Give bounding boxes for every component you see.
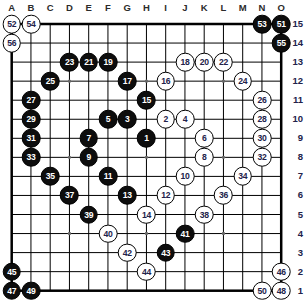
row-label-5: 5 <box>284 210 303 220</box>
stone-black-37: 37 <box>60 186 79 205</box>
stone-white-8: 8 <box>195 148 214 167</box>
star-point <box>222 79 225 82</box>
stone-black-45: 45 <box>2 262 21 281</box>
stone-white-42: 42 <box>118 243 137 262</box>
column-label-O: O <box>277 3 284 13</box>
stone-black-41: 41 <box>176 224 195 243</box>
column-label-E: E <box>86 3 92 13</box>
stone-white-28: 28 <box>253 110 272 129</box>
stone-black-13: 13 <box>118 186 137 205</box>
stone-white-10: 10 <box>176 167 195 186</box>
stone-white-16: 16 <box>156 72 175 91</box>
stone-white-26: 26 <box>253 91 272 110</box>
column-label-C: C <box>47 3 54 13</box>
stone-black-15: 15 <box>137 91 156 110</box>
stone-black-35: 35 <box>41 167 60 186</box>
star-point <box>68 156 71 159</box>
stone-white-54: 54 <box>22 15 41 34</box>
stone-black-7: 7 <box>79 129 98 148</box>
column-label-J: J <box>182 3 187 13</box>
column-label-B: B <box>28 3 35 13</box>
stone-white-14: 14 <box>137 205 156 224</box>
stone-white-52: 52 <box>2 15 21 34</box>
row-label-11: 11 <box>284 95 303 105</box>
column-label-F: F <box>105 3 111 13</box>
stone-black-55: 55 <box>272 34 291 53</box>
row-label-13: 13 <box>284 57 303 67</box>
star-point <box>145 79 148 82</box>
star-point <box>145 156 148 159</box>
star-point <box>222 156 225 159</box>
column-label-I: I <box>164 3 167 13</box>
stone-white-2: 2 <box>156 110 175 129</box>
stone-white-44: 44 <box>137 262 156 281</box>
stone-white-40: 40 <box>99 224 118 243</box>
column-label-M: M <box>239 3 247 13</box>
stone-white-4: 4 <box>176 110 195 129</box>
star-point <box>68 79 71 82</box>
stone-white-24: 24 <box>233 72 252 91</box>
stone-black-47: 47 <box>2 281 21 300</box>
stone-white-36: 36 <box>214 186 233 205</box>
stone-black-9: 9 <box>79 148 98 167</box>
stone-black-31: 31 <box>22 129 41 148</box>
stone-white-50: 50 <box>253 281 272 300</box>
stone-white-30: 30 <box>253 129 272 148</box>
stone-black-1: 1 <box>137 129 156 148</box>
stone-black-11: 11 <box>99 167 118 186</box>
star-point <box>68 232 71 235</box>
column-label-K: K <box>201 3 208 13</box>
stone-black-25: 25 <box>41 72 60 91</box>
row-label-3: 3 <box>284 248 303 258</box>
stone-black-49: 49 <box>22 281 41 300</box>
go-board-diagram: ABCDEFGHIJKLMNO 151413121110987654321 12… <box>0 0 305 305</box>
row-label-8: 8 <box>284 153 303 163</box>
star-point <box>145 232 148 235</box>
row-label-4: 4 <box>284 229 303 239</box>
star-point <box>222 232 225 235</box>
stone-black-27: 27 <box>22 91 41 110</box>
stone-black-29: 29 <box>22 110 41 129</box>
stone-white-38: 38 <box>195 205 214 224</box>
stone-black-19: 19 <box>99 53 118 72</box>
stone-black-21: 21 <box>79 53 98 72</box>
column-label-L: L <box>221 3 227 13</box>
stone-black-43: 43 <box>156 243 175 262</box>
column-label-N: N <box>259 3 266 13</box>
stone-black-39: 39 <box>79 205 98 224</box>
stone-black-17: 17 <box>118 72 137 91</box>
stone-white-56: 56 <box>2 34 21 53</box>
stone-black-51: 51 <box>272 15 291 34</box>
stone-white-20: 20 <box>195 53 214 72</box>
stone-white-18: 18 <box>176 53 195 72</box>
stone-white-12: 12 <box>156 186 175 205</box>
stone-black-3: 3 <box>118 110 137 129</box>
stone-black-33: 33 <box>22 148 41 167</box>
stone-black-53: 53 <box>253 15 272 34</box>
row-label-9: 9 <box>284 134 303 144</box>
stone-white-48: 48 <box>272 281 291 300</box>
stone-white-22: 22 <box>214 53 233 72</box>
stone-black-5: 5 <box>99 110 118 129</box>
stone-black-23: 23 <box>60 53 79 72</box>
column-label-G: G <box>123 3 130 13</box>
row-label-12: 12 <box>284 76 303 86</box>
column-label-H: H <box>143 3 150 13</box>
stone-white-6: 6 <box>195 129 214 148</box>
row-label-6: 6 <box>284 191 303 201</box>
stone-white-32: 32 <box>253 148 272 167</box>
stone-white-46: 46 <box>272 262 291 281</box>
stone-white-34: 34 <box>233 167 252 186</box>
row-label-10: 10 <box>284 115 303 125</box>
row-label-7: 7 <box>284 172 303 182</box>
column-label-D: D <box>66 3 73 13</box>
column-label-A: A <box>8 3 15 13</box>
